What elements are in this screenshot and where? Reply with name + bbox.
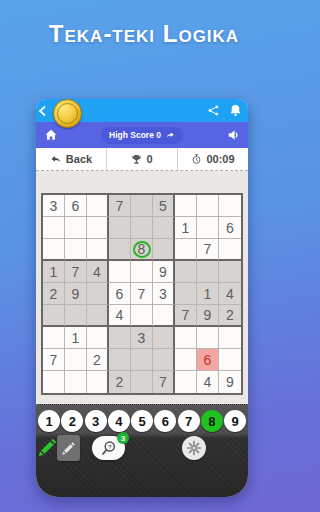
sudoku-cell-r4c8[interactable] [197, 261, 219, 283]
sudoku-cell-r6c5[interactable] [131, 305, 153, 327]
sudoku-cell-r7c6[interactable] [153, 327, 175, 349]
sudoku-cell-r1c3[interactable] [87, 195, 109, 217]
sudoku-cell-r4c5[interactable] [131, 261, 153, 283]
sudoku-cell-r4c4[interactable] [109, 261, 131, 283]
numpad-button-5[interactable]: 5 [131, 410, 153, 432]
settings-button[interactable] [182, 436, 206, 460]
cell-value: 2 [226, 308, 234, 322]
sudoku-cell-r9c1[interactable] [43, 371, 65, 393]
sudoku-cell-r5c9[interactable]: 4 [219, 283, 241, 305]
cell-value: 4 [93, 265, 101, 279]
sudoku-cell-r7c3[interactable] [87, 327, 109, 349]
sudoku-cell-r2c3[interactable] [87, 217, 109, 239]
sudoku-cell-r8c6[interactable] [153, 349, 175, 371]
cell-value: 1 [50, 265, 58, 279]
pencil-tool[interactable] [37, 437, 58, 458]
sudoku-cell-r8c8[interactable]: 6 [197, 349, 219, 371]
cell-value: 7 [204, 242, 212, 256]
high-score-button[interactable]: High Score 0 [101, 127, 183, 144]
sudoku-cell-r2c4[interactable] [109, 217, 131, 239]
sudoku-cell-r6c3[interactable] [87, 305, 109, 327]
sudoku-cell-r2c6[interactable] [153, 217, 175, 239]
sudoku-cell-r3c2[interactable] [65, 239, 87, 261]
sudoku-cell-r3c9[interactable] [219, 239, 241, 261]
sudoku-cell-r9c4[interactable]: 2 [109, 371, 131, 393]
cell-value: 2 [93, 353, 101, 367]
sudoku-cell-r5c1[interactable]: 2 [43, 283, 65, 305]
sudoku-cell-r9c8[interactable]: 4 [197, 371, 219, 393]
cell-value: 6 [204, 353, 212, 367]
sudoku-cell-r5c2[interactable]: 9 [65, 283, 87, 305]
sudoku-cell-r3c1[interactable] [43, 239, 65, 261]
sudoku-cell-r4c7[interactable] [175, 261, 197, 283]
back-label: Back [66, 153, 92, 165]
cell-value: 1 [72, 331, 80, 345]
sudoku-cell-r8c7[interactable] [175, 349, 197, 371]
sudoku-board: 36751687174929673144792137262749 [41, 193, 243, 395]
stopwatch-icon [191, 153, 202, 165]
numpad-button-4[interactable]: 4 [108, 410, 130, 432]
share-icon[interactable] [207, 104, 220, 117]
trophy-count: 0 [146, 153, 152, 165]
sudoku-cell-r8c3[interactable]: 2 [87, 349, 109, 371]
cell-value: 3 [159, 287, 167, 301]
coin-icon[interactable] [53, 99, 82, 128]
sudoku-cell-r6c2[interactable] [65, 305, 87, 327]
hint-count-badge: 3 [117, 432, 129, 444]
cell-value: 2 [50, 287, 58, 301]
back-chevron-icon[interactable] [37, 104, 49, 118]
sudoku-cell-r7c7[interactable] [175, 327, 197, 349]
keypad-panel: 123456789 ? 3 [36, 404, 248, 497]
numpad-button-8[interactable]: 8 [201, 410, 223, 432]
cell-value: 7 [116, 199, 124, 213]
sudoku-cell-r5c3[interactable] [87, 283, 109, 305]
bell-icon[interactable] [229, 104, 242, 117]
sudoku-cell-r3c7[interactable] [175, 239, 197, 261]
sudoku-cell-r1c8[interactable] [197, 195, 219, 217]
sudoku-cell-r1c5[interactable] [131, 195, 153, 217]
cell-value: 4 [116, 308, 124, 322]
sudoku-cell-r1c1[interactable]: 3 [43, 195, 65, 217]
sudoku-cell-r7c2[interactable]: 1 [65, 327, 87, 349]
sudoku-cell-r6c1[interactable] [43, 305, 65, 327]
top-bar [36, 99, 248, 122]
cell-value: 2 [116, 375, 124, 389]
sudoku-cell-r7c1[interactable] [43, 327, 65, 349]
notes-pencil-icon [61, 441, 76, 456]
sudoku-cell-r3c6[interactable] [153, 239, 175, 261]
cell-value: 5 [159, 199, 167, 213]
cell-value: 7 [50, 353, 58, 367]
numpad-button-7[interactable]: 7 [178, 410, 200, 432]
cell-value: 6 [226, 221, 234, 235]
timer-value: 00:09 [206, 153, 234, 165]
settings-gear-icon [186, 440, 202, 456]
sudoku-cell-r7c5[interactable]: 3 [131, 327, 153, 349]
high-score-label: High Score 0 [109, 130, 161, 140]
sudoku-cell-r3c3[interactable] [87, 239, 109, 261]
sudoku-cell-r9c6[interactable]: 7 [153, 371, 175, 393]
cell-value: 9 [204, 308, 212, 322]
page-title: Teka-teki Logika [0, 20, 288, 48]
sudoku-cell-r7c9[interactable] [219, 327, 241, 349]
sudoku-cell-r4c1[interactable]: 1 [43, 261, 65, 283]
cell-value: 1 [182, 221, 190, 235]
cell-value: 9 [72, 287, 80, 301]
sudoku-cell-r3c4[interactable] [109, 239, 131, 261]
sudoku-cell-r2c5[interactable] [131, 217, 153, 239]
sudoku-cell-r4c6[interactable]: 9 [153, 261, 175, 283]
trophy-icon [131, 154, 142, 165]
sudoku-cell-r9c3[interactable] [87, 371, 109, 393]
sudoku-cell-r5c7[interactable] [175, 283, 197, 305]
sudoku-cell-r4c9[interactable] [219, 261, 241, 283]
notes-pencil-button[interactable] [57, 435, 80, 461]
sudoku-cell-r6c4[interactable]: 4 [109, 305, 131, 327]
sudoku-cell-r2c1[interactable] [43, 217, 65, 239]
home-icon[interactable] [44, 128, 58, 142]
sudoku-cell-r5c6[interactable]: 3 [153, 283, 175, 305]
sudoku-cell-r6c6[interactable] [153, 305, 175, 327]
cell-value: 7 [138, 287, 146, 301]
back-button[interactable]: Back [36, 148, 106, 170]
sudoku-cell-r8c4[interactable] [109, 349, 131, 371]
numpad-button-9[interactable]: 9 [224, 410, 246, 432]
sudoku-cell-r1c6[interactable]: 5 [153, 195, 175, 217]
cell-value: 7 [72, 265, 80, 279]
cell-value: 3 [138, 331, 146, 345]
sudoku-cell-r8c5[interactable] [131, 349, 153, 371]
cell-value: 6 [116, 287, 124, 301]
sudoku-cell-r3c8[interactable]: 7 [197, 239, 219, 261]
svg-text:?: ? [107, 444, 111, 450]
sudoku-cell-r2c7[interactable]: 1 [175, 217, 197, 239]
phone-screen: High Score 0 Back 0 [36, 99, 248, 497]
sudoku-cell-r1c2[interactable]: 6 [65, 195, 87, 217]
sudoku-cell-r9c7[interactable] [175, 371, 197, 393]
cell-value: 4 [204, 375, 212, 389]
cell-value: 9 [226, 375, 234, 389]
sudoku-cell-r6c8[interactable]: 9 [197, 305, 219, 327]
cell-value: 4 [226, 287, 234, 301]
sudoku-cell-r5c8[interactable]: 1 [197, 283, 219, 305]
sudoku-cell-r2c8[interactable] [197, 217, 219, 239]
sudoku-cell-r9c9[interactable]: 9 [219, 371, 241, 393]
sudoku-cell-r3c5[interactable]: 8 [131, 239, 153, 261]
sudoku-cell-r2c2[interactable] [65, 217, 87, 239]
cell-value: 6 [72, 199, 80, 213]
sudoku-cell-r9c2[interactable] [65, 371, 87, 393]
sudoku-cell-r5c4[interactable]: 6 [109, 283, 131, 305]
sudoku-cell-r7c8[interactable] [197, 327, 219, 349]
trophy-counter: 0 [106, 148, 178, 170]
numpad-button-1[interactable]: 1 [38, 410, 60, 432]
sudoku-cell-r9c5[interactable] [131, 371, 153, 393]
numpad-button-6[interactable]: 6 [154, 410, 176, 432]
status-bar: Back 0 00:09 [36, 148, 248, 171]
sudoku-cell-r1c4[interactable]: 7 [109, 195, 131, 217]
sudoku-cell-r7c4[interactable] [109, 327, 131, 349]
timer: 00:09 [178, 148, 248, 170]
sudoku-cell-r8c1[interactable]: 7 [43, 349, 65, 371]
sudoku-cell-r8c2[interactable] [65, 349, 87, 371]
hint-button[interactable]: ? 3 [92, 436, 125, 460]
cell-value: 7 [159, 375, 167, 389]
cell-value: 3 [50, 199, 58, 213]
number-pad: 123456789 [36, 410, 248, 432]
speaker-icon[interactable] [227, 128, 241, 142]
cell-value: 9 [159, 265, 167, 279]
board-area: 36751687174929673144792137262749 [36, 171, 248, 404]
share-forward-icon [165, 131, 175, 140]
sudoku-cell-r4c3[interactable]: 4 [87, 261, 109, 283]
numpad-button-3[interactable]: 3 [85, 410, 107, 432]
numpad-button-2[interactable]: 2 [61, 410, 83, 432]
cell-value: 8 [138, 242, 146, 256]
sudoku-cell-r6c9[interactable]: 2 [219, 305, 241, 327]
sudoku-cell-r4c2[interactable]: 7 [65, 261, 87, 283]
cell-value: 7 [182, 308, 190, 322]
sudoku-cell-r8c9[interactable] [219, 349, 241, 371]
sudoku-cell-r6c7[interactable]: 7 [175, 305, 197, 327]
sudoku-cell-r2c9[interactable]: 6 [219, 217, 241, 239]
sudoku-cell-r1c9[interactable] [219, 195, 241, 217]
hint-magnifier-icon: ? [100, 439, 118, 457]
sudoku-cell-r1c7[interactable] [175, 195, 197, 217]
sudoku-cell-r5c5[interactable]: 7 [131, 283, 153, 305]
cell-value: 1 [204, 287, 212, 301]
